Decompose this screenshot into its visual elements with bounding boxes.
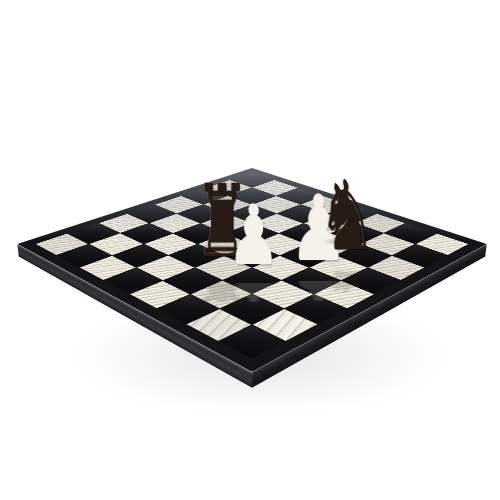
- piece-black-knight[interactable]: ♞: [299, 168, 395, 264]
- product-photo: ♜ ♟ ♟ ♞: [0, 0, 500, 500]
- black-knight-glyph: ♞: [314, 168, 379, 264]
